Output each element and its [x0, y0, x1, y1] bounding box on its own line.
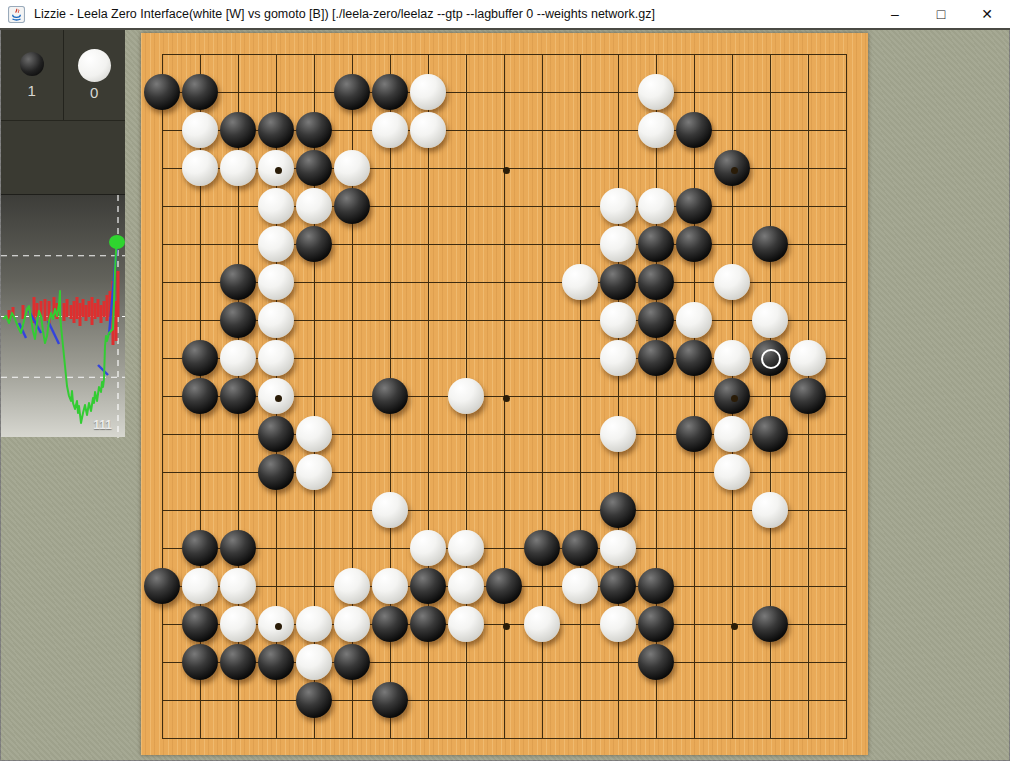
white-stone [600, 416, 636, 452]
black-stone [372, 74, 408, 110]
white-stone [638, 74, 674, 110]
black-stone [638, 340, 674, 376]
white-stone [600, 530, 636, 566]
last-move-marker [761, 349, 781, 369]
black-stone [220, 302, 256, 338]
white-stone [372, 568, 408, 604]
white-stone [220, 568, 256, 604]
go-board [141, 33, 868, 755]
black-stone [676, 112, 712, 148]
white-stone [600, 340, 636, 376]
black-stone [638, 606, 674, 642]
black-stone-icon [20, 52, 44, 76]
black-stone [410, 606, 446, 642]
black-stone [638, 226, 674, 262]
black-stone [182, 644, 218, 680]
black-stone [182, 74, 218, 110]
black-stone [372, 378, 408, 414]
white-stone [524, 606, 560, 642]
black-stone [600, 264, 636, 300]
black-stone [334, 644, 370, 680]
black-stone [676, 226, 712, 262]
white-stone [334, 606, 370, 642]
white-stone [562, 264, 598, 300]
black-stone [258, 644, 294, 680]
white-stone [448, 568, 484, 604]
white-captures-count: 0 [90, 84, 98, 101]
black-stone [638, 302, 674, 338]
black-stone [220, 264, 256, 300]
white-stone [600, 302, 636, 338]
black-stone [714, 378, 750, 414]
white-stone [296, 644, 332, 680]
white-stone [600, 226, 636, 262]
black-stone [410, 568, 446, 604]
white-stone [296, 454, 332, 490]
white-stone [752, 302, 788, 338]
black-stone [752, 340, 788, 376]
white-stone [334, 568, 370, 604]
black-stone [372, 606, 408, 642]
black-stone [258, 416, 294, 452]
black-stone [638, 568, 674, 604]
black-stone [144, 74, 180, 110]
white-stone-icon [78, 49, 111, 82]
white-stone [714, 416, 750, 452]
black-stone [600, 568, 636, 604]
star-point [503, 623, 510, 630]
white-stone [638, 112, 674, 148]
move-number-label: 111 [93, 418, 112, 432]
white-stone [790, 340, 826, 376]
close-button[interactable]: ✕ [964, 0, 1010, 28]
white-stone [372, 492, 408, 528]
black-stone [296, 682, 332, 718]
white-stone [410, 112, 446, 148]
black-stone [296, 226, 332, 262]
black-stone [182, 606, 218, 642]
black-captures: 1 [1, 30, 64, 120]
black-stone [372, 682, 408, 718]
white-stone [182, 150, 218, 186]
white-stone [638, 188, 674, 224]
black-stone [296, 112, 332, 148]
white-stone [562, 568, 598, 604]
black-stone [486, 568, 522, 604]
black-stone [334, 188, 370, 224]
black-stone [562, 530, 598, 566]
window-title: Lizzie - Leela Zero Interface(white [W] … [34, 7, 655, 21]
white-stone [258, 378, 294, 414]
black-stone [638, 264, 674, 300]
white-stone [296, 188, 332, 224]
white-stone [600, 188, 636, 224]
winrate-graph-plot [1, 195, 125, 438]
white-stone [182, 568, 218, 604]
black-stone [182, 530, 218, 566]
star-point [503, 395, 510, 402]
black-stone [296, 150, 332, 186]
maximize-button[interactable]: □ [918, 0, 964, 28]
white-stone [448, 378, 484, 414]
star-point [731, 623, 738, 630]
white-stone [258, 606, 294, 642]
black-stone [182, 340, 218, 376]
black-stone [676, 340, 712, 376]
black-stone [258, 112, 294, 148]
black-stone [752, 606, 788, 642]
black-stone [258, 454, 294, 490]
black-stone [600, 492, 636, 528]
white-captures: 0 [64, 30, 126, 120]
black-captures-count: 1 [28, 82, 36, 99]
white-stone [752, 492, 788, 528]
star-point [503, 167, 510, 174]
titlebar[interactable]: Lizzie - Leela Zero Interface(white [W] … [0, 0, 1010, 30]
black-stone [714, 150, 750, 186]
black-stone [220, 530, 256, 566]
white-stone [372, 112, 408, 148]
white-stone [258, 264, 294, 300]
black-stone [676, 416, 712, 452]
black-stone [182, 378, 218, 414]
black-stone [752, 416, 788, 452]
goban-grid[interactable] [143, 35, 865, 757]
white-stone [714, 340, 750, 376]
comment-panel [1, 120, 125, 194]
white-stone [258, 340, 294, 376]
white-stone [714, 454, 750, 490]
black-stone [144, 568, 180, 604]
white-stone [258, 302, 294, 338]
white-stone [258, 188, 294, 224]
minimize-button[interactable]: – [872, 0, 918, 28]
java-app-icon [8, 6, 25, 23]
black-stone [676, 188, 712, 224]
white-stone [220, 340, 256, 376]
white-stone [182, 112, 218, 148]
white-stone [448, 606, 484, 642]
white-stone [410, 74, 446, 110]
black-stone [524, 530, 560, 566]
white-stone [296, 606, 332, 642]
white-stone [220, 606, 256, 642]
white-stone [258, 226, 294, 262]
white-stone [220, 150, 256, 186]
white-stone [600, 606, 636, 642]
black-stone [334, 74, 370, 110]
white-stone [676, 302, 712, 338]
white-stone [334, 150, 370, 186]
black-stone [752, 226, 788, 262]
lizzie-window: Lizzie - Leela Zero Interface(white [W] … [0, 0, 1010, 761]
black-stone [220, 378, 256, 414]
black-stone [790, 378, 826, 414]
black-stone [220, 644, 256, 680]
white-stone [410, 530, 446, 566]
captures-panel: 1 0 [1, 30, 125, 120]
white-stone [258, 150, 294, 186]
white-stone [448, 530, 484, 566]
winrate-graph[interactable]: 111 [1, 194, 125, 437]
white-stone [296, 416, 332, 452]
white-stone [714, 264, 750, 300]
black-stone [638, 644, 674, 680]
black-stone [220, 112, 256, 148]
